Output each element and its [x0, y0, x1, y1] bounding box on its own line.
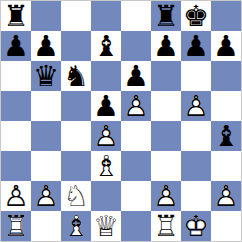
- white-bishop[interactable]: ♝♗: [61, 211, 91, 241]
- piece-glyph: ♟: [93, 92, 119, 121]
- square-b7[interactable]: ♟: [31, 31, 61, 61]
- square-d2[interactable]: [91, 181, 121, 211]
- square-b4[interactable]: [31, 121, 61, 151]
- square-a6[interactable]: [1, 61, 31, 91]
- square-h8[interactable]: [211, 1, 241, 31]
- square-f3[interactable]: [151, 151, 181, 181]
- white-rook[interactable]: ♜♖: [151, 211, 181, 241]
- piece-outline-layer: ♙: [93, 122, 119, 151]
- white-pawn[interactable]: ♟♙: [1, 181, 31, 211]
- square-g7[interactable]: ♟: [181, 31, 211, 61]
- square-e3[interactable]: [121, 151, 151, 181]
- black-pawn[interactable]: ♟: [1, 31, 31, 61]
- square-g8[interactable]: ♚: [181, 1, 211, 31]
- piece-glyph: ♜: [153, 2, 179, 31]
- square-g5[interactable]: ♟♙: [181, 91, 211, 121]
- square-e6[interactable]: ♟: [121, 61, 151, 91]
- square-h3[interactable]: [211, 151, 241, 181]
- piece-outline-layer: ♔: [183, 212, 209, 241]
- square-a8[interactable]: ♜: [1, 1, 31, 31]
- square-e4[interactable]: [121, 121, 151, 151]
- white-pawn[interactable]: ♟♙: [91, 121, 121, 151]
- piece-outline-layer: ♖: [153, 212, 179, 241]
- white-pawn[interactable]: ♟♙: [31, 181, 61, 211]
- square-f1[interactable]: ♜♖: [151, 211, 181, 241]
- square-c5[interactable]: [61, 91, 91, 121]
- square-d1[interactable]: ♛♕: [91, 211, 121, 241]
- square-d6[interactable]: [91, 61, 121, 91]
- white-knight[interactable]: ♞♘: [61, 181, 91, 211]
- square-h5[interactable]: [211, 91, 241, 121]
- square-c4[interactable]: [61, 121, 91, 151]
- black-pawn[interactable]: ♟: [121, 61, 151, 91]
- piece-outline-layer: ♕: [93, 212, 119, 241]
- black-knight[interactable]: ♞: [61, 61, 91, 91]
- square-e1[interactable]: [121, 211, 151, 241]
- piece-outline-layer: ♗: [63, 212, 89, 241]
- black-queen[interactable]: ♛: [31, 61, 61, 91]
- white-bishop[interactable]: ♝♗: [91, 151, 121, 181]
- piece-outline-layer: ♙: [183, 92, 209, 121]
- piece-outline-layer: ♖: [3, 212, 29, 241]
- white-pawn[interactable]: ♟♙: [211, 181, 241, 211]
- square-f5[interactable]: [151, 91, 181, 121]
- square-g3[interactable]: [181, 151, 211, 181]
- square-b6[interactable]: ♛: [31, 61, 61, 91]
- black-bishop[interactable]: ♝: [211, 121, 241, 151]
- square-c8[interactable]: [61, 1, 91, 31]
- square-a7[interactable]: ♟: [1, 31, 31, 61]
- piece-glyph: ♟: [153, 32, 179, 61]
- piece-glyph: ♟: [3, 32, 29, 61]
- white-pawn[interactable]: ♟♙: [151, 181, 181, 211]
- black-pawn[interactable]: ♟: [181, 31, 211, 61]
- square-c3[interactable]: [61, 151, 91, 181]
- square-f2[interactable]: ♟♙: [151, 181, 181, 211]
- black-rook[interactable]: ♜: [1, 1, 31, 31]
- square-h7[interactable]: ♟: [211, 31, 241, 61]
- square-b8[interactable]: [31, 1, 61, 31]
- square-b2[interactable]: ♟♙: [31, 181, 61, 211]
- white-rook[interactable]: ♜♖: [1, 211, 31, 241]
- piece-glyph: ♜: [3, 2, 29, 31]
- black-bishop[interactable]: ♝: [91, 31, 121, 61]
- piece-outline-layer: ♙: [33, 182, 59, 211]
- square-a4[interactable]: [1, 121, 31, 151]
- square-f4[interactable]: [151, 121, 181, 151]
- square-e8[interactable]: [121, 1, 151, 31]
- square-b3[interactable]: [31, 151, 61, 181]
- piece-outline-layer: ♙: [213, 182, 239, 211]
- piece-glyph: ♝: [213, 122, 239, 151]
- piece-outline-layer: ♙: [123, 92, 149, 121]
- square-c7[interactable]: [61, 31, 91, 61]
- square-g2[interactable]: [181, 181, 211, 211]
- black-pawn[interactable]: ♟: [151, 31, 181, 61]
- square-e7[interactable]: [121, 31, 151, 61]
- square-h2[interactable]: ♟♙: [211, 181, 241, 211]
- square-e2[interactable]: [121, 181, 151, 211]
- square-c1[interactable]: ♝♗: [61, 211, 91, 241]
- square-d5[interactable]: ♟: [91, 91, 121, 121]
- black-king[interactable]: ♚: [181, 1, 211, 31]
- square-d4[interactable]: ♟♙: [91, 121, 121, 151]
- square-a3[interactable]: [1, 151, 31, 181]
- black-pawn[interactable]: ♟: [31, 31, 61, 61]
- piece-glyph: ♝: [93, 32, 119, 61]
- white-pawn[interactable]: ♟♙: [181, 91, 211, 121]
- black-pawn[interactable]: ♟: [211, 31, 241, 61]
- piece-glyph: ♚: [183, 2, 209, 31]
- square-g1[interactable]: ♚♔: [181, 211, 211, 241]
- square-f8[interactable]: ♜: [151, 1, 181, 31]
- piece-outline-layer: ♗: [93, 152, 119, 181]
- square-c2[interactable]: ♞♘: [61, 181, 91, 211]
- piece-glyph: ♟: [183, 32, 209, 61]
- square-g4[interactable]: [181, 121, 211, 151]
- square-c6[interactable]: ♞: [61, 61, 91, 91]
- square-a5[interactable]: [1, 91, 31, 121]
- white-king[interactable]: ♚♔: [181, 211, 211, 241]
- black-pawn[interactable]: ♟: [91, 91, 121, 121]
- square-b1[interactable]: [31, 211, 61, 241]
- piece-outline-layer: ♙: [153, 182, 179, 211]
- piece-glyph: ♞: [63, 62, 89, 91]
- piece-outline-layer: ♘: [63, 182, 89, 211]
- square-h6[interactable]: [211, 61, 241, 91]
- chess-board: ♜♜♚♟♟♝♟♟♟♛♞♟♟♟♙♟♙♟♙♝♝♗♟♙♟♙♞♘♟♙♟♙♜♖♝♗♛♕♜♖…: [0, 0, 242, 242]
- white-queen[interactable]: ♛♕: [91, 211, 121, 241]
- piece-glyph: ♟: [213, 32, 239, 61]
- piece-glyph: ♟: [123, 62, 149, 91]
- square-f6[interactable]: [151, 61, 181, 91]
- square-f7[interactable]: ♟: [151, 31, 181, 61]
- square-h4[interactable]: ♝: [211, 121, 241, 151]
- square-d3[interactable]: ♝♗: [91, 151, 121, 181]
- square-h1[interactable]: [211, 211, 241, 241]
- piece-glyph: ♛: [33, 62, 59, 91]
- piece-outline-layer: ♙: [3, 182, 29, 211]
- square-g6[interactable]: [181, 61, 211, 91]
- square-b5[interactable]: [31, 91, 61, 121]
- square-d8[interactable]: [91, 1, 121, 31]
- square-a1[interactable]: ♜♖: [1, 211, 31, 241]
- square-e5[interactable]: ♟♙: [121, 91, 151, 121]
- white-pawn[interactable]: ♟♙: [121, 91, 151, 121]
- square-a2[interactable]: ♟♙: [1, 181, 31, 211]
- square-d7[interactable]: ♝: [91, 31, 121, 61]
- piece-glyph: ♟: [33, 32, 59, 61]
- black-rook[interactable]: ♜: [151, 1, 181, 31]
